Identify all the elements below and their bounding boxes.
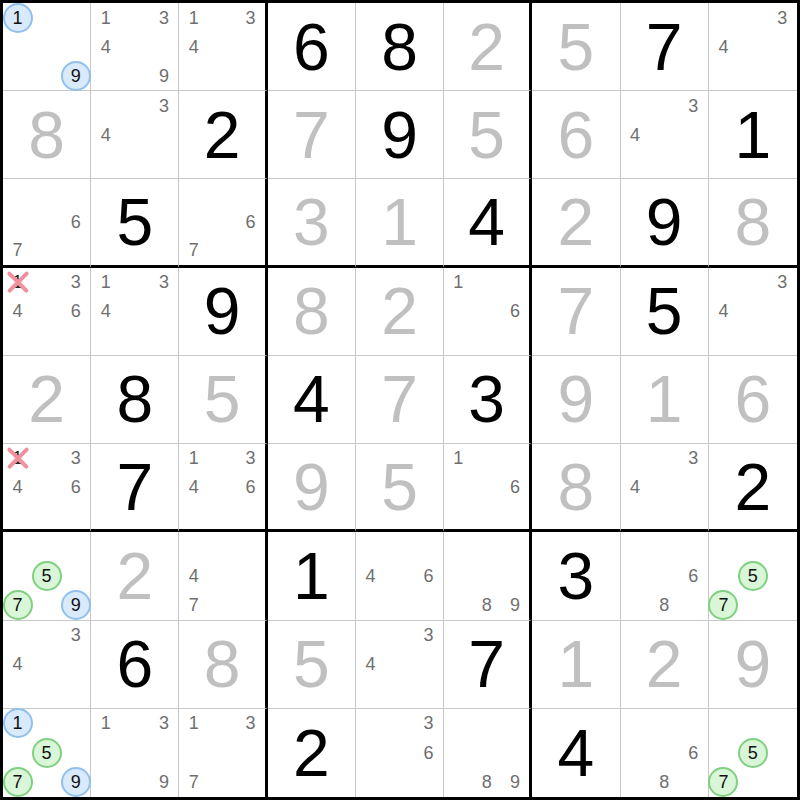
candidate-digit: 3 bbox=[245, 449, 255, 467]
cell-r7c7[interactable]: 3 bbox=[532, 532, 620, 620]
candidate-digit: 7 bbox=[189, 241, 199, 259]
candidate-digit: 3 bbox=[688, 97, 698, 115]
cell-value: 8 bbox=[116, 366, 153, 432]
candidate-digit: 7 bbox=[718, 596, 728, 614]
candidate-7[interactable]: 7 bbox=[709, 768, 738, 797]
candidate-4[interactable]: 4 bbox=[179, 561, 207, 590]
cell-value: 5 bbox=[293, 631, 330, 697]
candidate-1[interactable]: 1 bbox=[3, 444, 32, 472]
candidate-grid: 68 bbox=[621, 532, 708, 619]
candidate-9[interactable]: 9 bbox=[61, 61, 90, 90]
candidate-grid: 34 bbox=[709, 3, 797, 90]
cell-r6c2[interactable]: 7 bbox=[91, 444, 179, 532]
cell-value: 8 bbox=[381, 14, 418, 80]
candidate-digit: 4 bbox=[365, 567, 375, 585]
candidate-1[interactable]: 1 bbox=[444, 268, 472, 297]
cell-r7c6[interactable]: 89 bbox=[444, 532, 532, 620]
candidate-digit: 3 bbox=[688, 449, 698, 467]
cell-r5c5[interactable]: 7 bbox=[356, 356, 444, 444]
cell-r8c4[interactable]: 5 bbox=[268, 621, 356, 709]
candidate-9[interactable]: 9 bbox=[149, 61, 178, 90]
candidate-digit: 6 bbox=[510, 478, 520, 496]
candidate-7[interactable]: 7 bbox=[179, 236, 207, 264]
candidate-grid: 36 bbox=[356, 709, 443, 797]
candidate-1[interactable]: 1 bbox=[3, 268, 32, 297]
candidate-9[interactable]: 9 bbox=[501, 590, 529, 619]
cell-value: 2 bbox=[735, 454, 772, 520]
candidate-grid: 1579 bbox=[3, 709, 90, 797]
cell-value: 8 bbox=[735, 189, 772, 255]
candidate-digit: 4 bbox=[189, 38, 199, 56]
candidate-digit: 7 bbox=[189, 773, 199, 791]
cell-r8c8[interactable]: 2 bbox=[621, 621, 709, 709]
candidate-digit: 3 bbox=[245, 9, 255, 27]
candidate-3[interactable]: 3 bbox=[236, 3, 264, 32]
cell-value: 5 bbox=[381, 454, 418, 520]
candidate-5[interactable]: 5 bbox=[32, 561, 61, 590]
cell-r9c9[interactable]: 57 bbox=[709, 709, 797, 797]
cell-r8c6[interactable]: 7 bbox=[444, 621, 532, 709]
cell-r6c4[interactable]: 9 bbox=[268, 444, 356, 532]
candidate-grid: 47 bbox=[179, 532, 264, 619]
cell-r1c9[interactable]: 34 bbox=[709, 3, 797, 91]
cell-r9c1[interactable]: 1579 bbox=[3, 709, 91, 797]
candidate-digit: 4 bbox=[101, 126, 111, 144]
candidate-digit: 4 bbox=[101, 302, 111, 320]
cell-value: 8 bbox=[204, 631, 241, 697]
cell-r8c3[interactable]: 8 bbox=[179, 621, 267, 709]
cell-r9c4[interactable]: 2 bbox=[268, 709, 356, 797]
cell-value: 7 bbox=[381, 366, 418, 432]
candidate-digit: 6 bbox=[688, 567, 698, 585]
cell-r3c5[interactable]: 1 bbox=[356, 179, 444, 267]
candidate-digit: 5 bbox=[748, 744, 758, 762]
cell-value: 2 bbox=[558, 189, 595, 255]
cell-r3c1[interactable]: 67 bbox=[3, 179, 91, 267]
candidate-digit: 4 bbox=[189, 478, 199, 496]
cell-r6c3[interactable]: 1346 bbox=[179, 444, 267, 532]
cell-value: 7 bbox=[558, 278, 595, 344]
candidate-5[interactable]: 5 bbox=[32, 738, 61, 767]
candidate-digit: 8 bbox=[659, 596, 669, 614]
candidate-1[interactable]: 1 bbox=[179, 444, 207, 472]
candidate-8[interactable]: 8 bbox=[650, 768, 679, 797]
candidate-digit: 6 bbox=[245, 213, 255, 231]
cell-value: 2 bbox=[116, 543, 153, 609]
candidate-6[interactable]: 6 bbox=[501, 473, 529, 501]
candidate-grid: 34 bbox=[709, 268, 797, 355]
cell-r3c6[interactable]: 4 bbox=[444, 179, 532, 267]
cell-r7c3[interactable]: 47 bbox=[179, 532, 267, 620]
candidate-digit: 8 bbox=[659, 773, 669, 791]
cell-value: 2 bbox=[204, 102, 241, 168]
candidate-digit: 3 bbox=[777, 273, 787, 291]
candidate-6[interactable]: 6 bbox=[236, 473, 264, 501]
cell-r2c1[interactable]: 8 bbox=[3, 91, 91, 179]
cell-r6c1[interactable]: 1346 bbox=[3, 444, 91, 532]
cell-value: 5 bbox=[468, 102, 505, 168]
candidate-grid: 16 bbox=[444, 444, 529, 529]
cell-value: 1 bbox=[646, 366, 683, 432]
cell-r7c1[interactable]: 579 bbox=[3, 532, 91, 620]
candidate-4[interactable]: 4 bbox=[91, 120, 120, 149]
cell-value: 5 bbox=[116, 189, 153, 255]
cell-r2c6[interactable]: 5 bbox=[444, 91, 532, 179]
candidate-digit: 3 bbox=[71, 449, 81, 467]
candidate-3[interactable]: 3 bbox=[61, 621, 90, 650]
candidate-1[interactable]: 1 bbox=[3, 3, 32, 32]
candidate-digit: 4 bbox=[189, 567, 199, 585]
candidate-digit: 1 bbox=[453, 273, 463, 291]
cell-r5c6[interactable]: 3 bbox=[444, 356, 532, 444]
cell-r4c1[interactable]: 1346 bbox=[3, 268, 91, 356]
candidate-grid: 57 bbox=[709, 532, 797, 619]
cell-value: 5 bbox=[204, 366, 241, 432]
cell-value: 1 bbox=[293, 543, 330, 609]
cell-value: 6 bbox=[558, 102, 595, 168]
candidate-digit: 9 bbox=[159, 67, 169, 85]
cell-r8c2[interactable]: 6 bbox=[91, 621, 179, 709]
candidate-digit: 5 bbox=[42, 567, 52, 585]
candidate-8[interactable]: 8 bbox=[473, 768, 501, 797]
candidate-grid: 1346 bbox=[3, 444, 90, 529]
candidate-1[interactable]: 1 bbox=[179, 709, 207, 738]
candidate-6[interactable]: 6 bbox=[414, 561, 443, 590]
candidate-7[interactable]: 7 bbox=[3, 768, 32, 797]
cell-r1c3[interactable]: 134 bbox=[179, 3, 267, 91]
candidate-6[interactable]: 6 bbox=[61, 297, 90, 326]
cell-value: 8 bbox=[28, 102, 65, 168]
cell-r1c5[interactable]: 8 bbox=[356, 3, 444, 91]
cell-r5c8[interactable]: 1 bbox=[621, 356, 709, 444]
cell-r4c3[interactable]: 9 bbox=[179, 268, 267, 356]
candidate-3[interactable]: 3 bbox=[149, 709, 178, 738]
cell-r6c6[interactable]: 16 bbox=[444, 444, 532, 532]
cell-value: 7 bbox=[293, 102, 330, 168]
cell-value: 7 bbox=[646, 14, 683, 80]
cell-value: 2 bbox=[381, 278, 418, 344]
candidate-digit: 1 bbox=[101, 273, 111, 291]
candidate-digit: 9 bbox=[71, 67, 81, 85]
cell-r8c5[interactable]: 34 bbox=[356, 621, 444, 709]
cell-value: 2 bbox=[646, 631, 683, 697]
cell-r5c3[interactable]: 5 bbox=[179, 356, 267, 444]
cell-r3c9[interactable]: 8 bbox=[709, 179, 797, 267]
cell-r7c5[interactable]: 46 bbox=[356, 532, 444, 620]
candidate-9[interactable]: 9 bbox=[149, 768, 178, 797]
cell-r9c7[interactable]: 4 bbox=[532, 709, 620, 797]
candidate-1[interactable]: 1 bbox=[91, 3, 120, 32]
cell-r1c7[interactable]: 5 bbox=[532, 3, 620, 91]
cell-r1c8[interactable]: 7 bbox=[621, 3, 709, 91]
candidate-digit: 6 bbox=[71, 213, 81, 231]
cell-r7c4[interactable]: 1 bbox=[268, 532, 356, 620]
candidate-1[interactable]: 1 bbox=[3, 709, 32, 738]
candidate-3[interactable]: 3 bbox=[679, 91, 708, 120]
cell-r9c3[interactable]: 137 bbox=[179, 709, 267, 797]
candidate-digit: 1 bbox=[13, 449, 23, 467]
candidate-grid: 134 bbox=[91, 268, 178, 355]
candidate-1[interactable]: 1 bbox=[91, 268, 120, 297]
candidate-grid: 34 bbox=[621, 91, 708, 178]
candidate-3[interactable]: 3 bbox=[768, 268, 797, 297]
candidate-digit: 3 bbox=[159, 714, 169, 732]
candidate-digit: 1 bbox=[453, 449, 463, 467]
candidate-6[interactable]: 6 bbox=[236, 208, 264, 236]
candidate-digit: 1 bbox=[13, 273, 23, 291]
candidate-grid: 89 bbox=[444, 532, 529, 619]
candidate-4[interactable]: 4 bbox=[179, 473, 207, 501]
cell-value: 5 bbox=[646, 278, 683, 344]
candidate-3[interactable]: 3 bbox=[149, 91, 178, 120]
cell-value: 6 bbox=[293, 14, 330, 80]
candidate-digit: 6 bbox=[71, 302, 81, 320]
cell-r3c3[interactable]: 67 bbox=[179, 179, 267, 267]
cell-r4c6[interactable]: 16 bbox=[444, 268, 532, 356]
candidate-digit: 3 bbox=[245, 714, 255, 732]
candidate-grid: 67 bbox=[3, 179, 90, 264]
cell-value: 7 bbox=[468, 631, 505, 697]
candidate-digit: 4 bbox=[365, 655, 375, 673]
candidate-grid: 67 bbox=[179, 179, 264, 264]
candidate-digit: 1 bbox=[101, 9, 111, 27]
candidate-3[interactable]: 3 bbox=[61, 268, 90, 297]
candidate-grid: 68 bbox=[621, 709, 708, 797]
candidate-grid: 134 bbox=[179, 3, 264, 90]
candidate-6[interactable]: 6 bbox=[501, 297, 529, 326]
cell-r8c9[interactable]: 9 bbox=[709, 621, 797, 709]
cell-r8c1[interactable]: 34 bbox=[3, 621, 91, 709]
candidate-digit: 1 bbox=[13, 9, 23, 27]
candidate-4[interactable]: 4 bbox=[621, 473, 650, 501]
candidate-7[interactable]: 7 bbox=[3, 236, 32, 264]
cell-r4c4[interactable]: 8 bbox=[268, 268, 356, 356]
cell-r4c8[interactable]: 5 bbox=[621, 268, 709, 356]
candidate-8[interactable]: 8 bbox=[650, 590, 679, 619]
candidate-7[interactable]: 7 bbox=[709, 590, 738, 619]
cell-r7c2[interactable]: 2 bbox=[91, 532, 179, 620]
cell-r6c5[interactable]: 5 bbox=[356, 444, 444, 532]
candidate-6[interactable]: 6 bbox=[61, 208, 90, 236]
candidate-3[interactable]: 3 bbox=[679, 444, 708, 472]
cell-r8c7[interactable]: 1 bbox=[532, 621, 620, 709]
cell-r3c4[interactable]: 3 bbox=[268, 179, 356, 267]
candidate-3[interactable]: 3 bbox=[236, 444, 264, 472]
candidate-4[interactable]: 4 bbox=[3, 650, 32, 679]
candidate-grid: 19 bbox=[3, 3, 90, 90]
candidate-7[interactable]: 7 bbox=[179, 590, 207, 619]
candidate-digit: 3 bbox=[159, 97, 169, 115]
candidate-digit: 1 bbox=[189, 9, 199, 27]
candidate-4[interactable]: 4 bbox=[179, 32, 207, 61]
candidate-4[interactable]: 4 bbox=[3, 473, 32, 501]
candidate-5[interactable]: 5 bbox=[738, 561, 767, 590]
cell-value: 9 bbox=[558, 366, 595, 432]
cell-r4c7[interactable]: 7 bbox=[532, 268, 620, 356]
cell-value: 8 bbox=[558, 454, 595, 520]
candidate-9[interactable]: 9 bbox=[501, 768, 529, 797]
candidate-5[interactable]: 5 bbox=[738, 738, 767, 767]
cell-r4c5[interactable]: 2 bbox=[356, 268, 444, 356]
candidate-9[interactable]: 9 bbox=[61, 590, 90, 619]
candidate-grid: 1349 bbox=[91, 3, 178, 90]
candidate-digit: 1 bbox=[101, 714, 111, 732]
cell-value: 9 bbox=[381, 102, 418, 168]
candidate-digit: 9 bbox=[510, 773, 520, 791]
cell-value: 2 bbox=[293, 720, 330, 786]
candidate-4[interactable]: 4 bbox=[709, 32, 738, 61]
candidate-grid: 34 bbox=[91, 91, 178, 178]
candidate-4[interactable]: 4 bbox=[91, 297, 120, 326]
cell-r2c8[interactable]: 34 bbox=[621, 91, 709, 179]
candidate-digit: 4 bbox=[13, 478, 23, 496]
candidate-digit: 3 bbox=[777, 9, 787, 27]
candidate-digit: 7 bbox=[189, 596, 199, 614]
cell-value: 3 bbox=[558, 543, 595, 609]
candidate-6[interactable]: 6 bbox=[414, 738, 443, 767]
cell-r1c2[interactable]: 1349 bbox=[91, 3, 179, 91]
candidate-digit: 3 bbox=[424, 714, 434, 732]
cell-value: 4 bbox=[293, 366, 330, 432]
candidate-digit: 7 bbox=[718, 773, 728, 791]
cell-r4c9[interactable]: 34 bbox=[709, 268, 797, 356]
cell-r6c9[interactable]: 2 bbox=[709, 444, 797, 532]
candidate-grid: 89 bbox=[444, 709, 529, 797]
cell-value: 7 bbox=[116, 454, 153, 520]
candidate-7[interactable]: 7 bbox=[179, 768, 207, 797]
candidate-digit: 4 bbox=[630, 478, 640, 496]
candidate-4[interactable]: 4 bbox=[356, 561, 385, 590]
cell-r1c6[interactable]: 2 bbox=[444, 3, 532, 91]
candidate-digit: 1 bbox=[189, 449, 199, 467]
candidate-digit: 8 bbox=[482, 773, 492, 791]
candidate-4[interactable]: 4 bbox=[621, 120, 650, 149]
candidate-3[interactable]: 3 bbox=[414, 621, 443, 650]
cell-r2c5[interactable]: 9 bbox=[356, 91, 444, 179]
cell-r5c4[interactable]: 4 bbox=[268, 356, 356, 444]
candidate-3[interactable]: 3 bbox=[61, 444, 90, 472]
cell-r9c8[interactable]: 68 bbox=[621, 709, 709, 797]
cell-r2c4[interactable]: 7 bbox=[268, 91, 356, 179]
candidate-1[interactable]: 1 bbox=[91, 709, 120, 738]
candidate-3[interactable]: 3 bbox=[236, 709, 264, 738]
candidate-grid: 579 bbox=[3, 532, 90, 619]
candidate-6[interactable]: 6 bbox=[61, 473, 90, 501]
candidate-digit: 7 bbox=[13, 773, 23, 791]
candidate-6[interactable]: 6 bbox=[679, 738, 708, 767]
cell-r7c8[interactable]: 68 bbox=[621, 532, 709, 620]
cell-value: 1 bbox=[558, 631, 595, 697]
cell-r5c9[interactable]: 6 bbox=[709, 356, 797, 444]
cell-value: 2 bbox=[468, 14, 505, 80]
cell-r1c4[interactable]: 6 bbox=[268, 3, 356, 91]
cell-r4c2[interactable]: 134 bbox=[91, 268, 179, 356]
cell-value: 9 bbox=[293, 454, 330, 520]
candidate-digit: 1 bbox=[189, 714, 199, 732]
cell-value: 3 bbox=[468, 366, 505, 432]
candidate-3[interactable]: 3 bbox=[414, 709, 443, 738]
cell-value: 9 bbox=[735, 631, 772, 697]
candidate-digit: 9 bbox=[510, 596, 520, 614]
candidate-digit: 9 bbox=[71, 773, 81, 791]
candidate-digit: 4 bbox=[101, 38, 111, 56]
candidate-4[interactable]: 4 bbox=[709, 297, 738, 326]
candidate-digit: 1 bbox=[13, 714, 23, 732]
candidate-digit: 7 bbox=[13, 596, 23, 614]
candidate-digit: 5 bbox=[748, 567, 758, 585]
candidate-digit: 4 bbox=[630, 126, 640, 144]
candidate-digit: 6 bbox=[71, 478, 81, 496]
candidate-grid: 46 bbox=[356, 532, 443, 619]
candidate-digit: 4 bbox=[718, 38, 728, 56]
candidate-digit: 4 bbox=[13, 655, 23, 673]
cell-r2c2[interactable]: 34 bbox=[91, 91, 179, 179]
cell-r9c5[interactable]: 36 bbox=[356, 709, 444, 797]
candidate-9[interactable]: 9 bbox=[61, 768, 90, 797]
candidate-4[interactable]: 4 bbox=[3, 297, 32, 326]
cell-r2c3[interactable]: 2 bbox=[179, 91, 267, 179]
candidate-digit: 3 bbox=[159, 273, 169, 291]
candidate-1[interactable]: 1 bbox=[179, 3, 207, 32]
candidate-digit: 3 bbox=[159, 9, 169, 27]
cell-r3c8[interactable]: 9 bbox=[621, 179, 709, 267]
candidate-grid: 57 bbox=[709, 709, 797, 797]
cell-r3c2[interactable]: 5 bbox=[91, 179, 179, 267]
cell-r3c7[interactable]: 2 bbox=[532, 179, 620, 267]
candidate-3[interactable]: 3 bbox=[149, 3, 178, 32]
cell-r7c9[interactable]: 57 bbox=[709, 532, 797, 620]
candidate-3[interactable]: 3 bbox=[149, 268, 178, 297]
candidate-4[interactable]: 4 bbox=[356, 650, 385, 679]
candidate-digit: 4 bbox=[13, 302, 23, 320]
cell-value: 9 bbox=[204, 278, 241, 344]
candidate-digit: 5 bbox=[42, 744, 52, 762]
candidate-grid: 1346 bbox=[179, 444, 264, 529]
cell-r6c8[interactable]: 34 bbox=[621, 444, 709, 532]
candidate-4[interactable]: 4 bbox=[91, 32, 120, 61]
candidate-7[interactable]: 7 bbox=[3, 590, 32, 619]
candidate-8[interactable]: 8 bbox=[473, 590, 501, 619]
candidate-digit: 3 bbox=[424, 626, 434, 644]
cell-r5c7[interactable]: 9 bbox=[532, 356, 620, 444]
cell-r9c6[interactable]: 89 bbox=[444, 709, 532, 797]
candidate-digit: 6 bbox=[510, 302, 520, 320]
cell-r6c7[interactable]: 8 bbox=[532, 444, 620, 532]
cell-value: 5 bbox=[558, 14, 595, 80]
candidate-grid: 16 bbox=[444, 268, 529, 355]
cell-r5c2[interactable]: 8 bbox=[91, 356, 179, 444]
candidate-digit: 6 bbox=[245, 478, 255, 496]
cell-r1c1[interactable]: 19 bbox=[3, 3, 91, 91]
candidate-digit: 9 bbox=[159, 773, 169, 791]
cell-value: 8 bbox=[293, 278, 330, 344]
candidate-1[interactable]: 1 bbox=[444, 444, 472, 472]
cell-value: 4 bbox=[558, 720, 595, 786]
cell-r2c9[interactable]: 1 bbox=[709, 91, 797, 179]
candidate-6[interactable]: 6 bbox=[679, 561, 708, 590]
candidate-digit: 8 bbox=[482, 596, 492, 614]
candidate-digit: 4 bbox=[718, 302, 728, 320]
cell-r5c1[interactable]: 2 bbox=[3, 356, 91, 444]
candidate-3[interactable]: 3 bbox=[768, 3, 797, 32]
cell-value: 6 bbox=[735, 366, 772, 432]
candidate-digit: 9 bbox=[71, 596, 81, 614]
cell-r9c2[interactable]: 139 bbox=[91, 709, 179, 797]
candidate-grid: 139 bbox=[91, 709, 178, 797]
cell-r2c7[interactable]: 6 bbox=[532, 91, 620, 179]
candidate-digit: 7 bbox=[13, 241, 23, 259]
sudoku-board: 1913491346825734834279563416756731429813… bbox=[0, 0, 800, 800]
